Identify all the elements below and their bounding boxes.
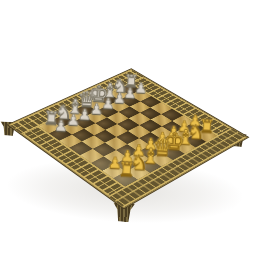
square-d6 xyxy=(95,117,117,129)
square-b6 xyxy=(71,129,93,142)
piece-silver-pawn: ♟ xyxy=(101,97,115,112)
square-d5 xyxy=(106,124,128,137)
piece-silver-pawn: ♟ xyxy=(66,113,80,129)
square-e5 xyxy=(117,118,139,131)
piece-silver-pawn: ♟ xyxy=(54,119,68,135)
piece-gold-rook: ♜ xyxy=(117,160,135,180)
chess-set-photo: ♜♞♝♛♚♝♞♜♟♟♟♟♟♟♟♟♟♟♟♟♟♟♟♟♜♞♝♛♚♝♞♜ xyxy=(0,0,270,270)
square-f5 xyxy=(129,113,151,125)
piece-silver-pawn: ♟ xyxy=(90,102,104,117)
square-b5 xyxy=(82,136,105,149)
